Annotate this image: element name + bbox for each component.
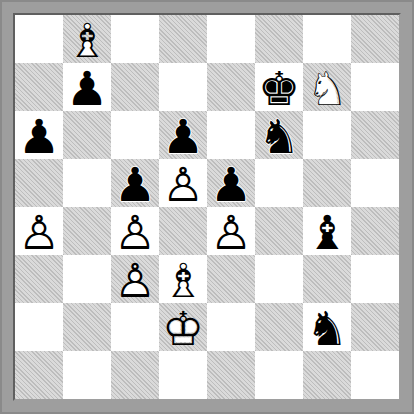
square-c7[interactable] xyxy=(111,63,159,111)
square-e1[interactable] xyxy=(207,351,255,399)
square-a3[interactable] xyxy=(15,255,63,303)
square-b7[interactable]: ♟ xyxy=(63,63,111,111)
board-frame: ♝♗♟♚♞♘♟♟♞♟♟♙♟♟♙♟♙♟♙♝♟♙♝♗♚♔♞ xyxy=(0,0,414,414)
square-g4[interactable]: ♝ xyxy=(303,207,351,255)
square-b5[interactable] xyxy=(63,159,111,207)
square-b4[interactable] xyxy=(63,207,111,255)
piece-black-pawn-d6[interactable]: ♟ xyxy=(159,111,207,159)
chess-board: ♝♗♟♚♞♘♟♟♞♟♟♙♟♟♙♟♙♟♙♝♟♙♝♗♚♔♞ xyxy=(13,13,401,401)
square-b8[interactable]: ♝♗ xyxy=(63,15,111,63)
piece-white-pawn-e4[interactable]: ♟♙ xyxy=(207,207,255,255)
square-d7[interactable] xyxy=(159,63,207,111)
square-h3[interactable] xyxy=(351,255,399,303)
square-g7[interactable]: ♞♘ xyxy=(303,63,351,111)
square-e4[interactable]: ♟♙ xyxy=(207,207,255,255)
white-king-outline-glyph: ♔ xyxy=(162,305,204,352)
square-f2[interactable] xyxy=(255,303,303,351)
square-e7[interactable] xyxy=(207,63,255,111)
piece-black-pawn-e5[interactable]: ♟ xyxy=(207,159,255,207)
square-c3[interactable]: ♟♙ xyxy=(111,255,159,303)
square-b3[interactable] xyxy=(63,255,111,303)
square-a7[interactable] xyxy=(15,63,63,111)
square-h5[interactable] xyxy=(351,159,399,207)
square-b6[interactable] xyxy=(63,111,111,159)
square-a4[interactable]: ♟♙ xyxy=(15,207,63,255)
piece-white-king-d2[interactable]: ♚♔ xyxy=(159,303,207,351)
piece-white-knight-g7[interactable]: ♞♘ xyxy=(303,63,351,111)
square-h1[interactable] xyxy=(351,351,399,399)
square-f4[interactable] xyxy=(255,207,303,255)
square-h4[interactable] xyxy=(351,207,399,255)
square-c2[interactable] xyxy=(111,303,159,351)
white-knight-outline-glyph: ♘ xyxy=(306,65,348,112)
square-d1[interactable] xyxy=(159,351,207,399)
square-e8[interactable] xyxy=(207,15,255,63)
square-d3[interactable]: ♝♗ xyxy=(159,255,207,303)
square-f1[interactable] xyxy=(255,351,303,399)
square-g3[interactable] xyxy=(303,255,351,303)
white-pawn-outline-glyph: ♙ xyxy=(210,209,252,256)
piece-white-pawn-d5[interactable]: ♟♙ xyxy=(159,159,207,207)
piece-white-pawn-c4[interactable]: ♟♙ xyxy=(111,207,159,255)
piece-black-king-f7[interactable]: ♚ xyxy=(255,63,303,111)
square-c8[interactable] xyxy=(111,15,159,63)
square-e6[interactable] xyxy=(207,111,255,159)
square-c5[interactable]: ♟ xyxy=(111,159,159,207)
white-bishop-outline-glyph: ♗ xyxy=(66,17,108,64)
square-g6[interactable] xyxy=(303,111,351,159)
square-a2[interactable] xyxy=(15,303,63,351)
square-e2[interactable] xyxy=(207,303,255,351)
square-d4[interactable] xyxy=(159,207,207,255)
square-b1[interactable] xyxy=(63,351,111,399)
white-pawn-outline-glyph: ♙ xyxy=(18,209,60,256)
square-d8[interactable] xyxy=(159,15,207,63)
square-a5[interactable] xyxy=(15,159,63,207)
square-g8[interactable] xyxy=(303,15,351,63)
square-h6[interactable] xyxy=(351,111,399,159)
piece-white-pawn-a4[interactable]: ♟♙ xyxy=(15,207,63,255)
square-d5[interactable]: ♟♙ xyxy=(159,159,207,207)
black-knight-glyph: ♞ xyxy=(306,305,348,352)
square-c6[interactable] xyxy=(111,111,159,159)
square-g2[interactable]: ♞ xyxy=(303,303,351,351)
black-knight-glyph: ♞ xyxy=(258,113,300,160)
square-c1[interactable] xyxy=(111,351,159,399)
piece-black-bishop-g4[interactable]: ♝ xyxy=(303,207,351,255)
black-pawn-glyph: ♟ xyxy=(66,65,108,112)
square-e3[interactable] xyxy=(207,255,255,303)
square-g5[interactable] xyxy=(303,159,351,207)
square-b2[interactable] xyxy=(63,303,111,351)
square-a6[interactable]: ♟ xyxy=(15,111,63,159)
square-f7[interactable]: ♚ xyxy=(255,63,303,111)
black-king-glyph: ♚ xyxy=(258,65,300,112)
piece-black-knight-g2[interactable]: ♞ xyxy=(303,303,351,351)
piece-black-pawn-a6[interactable]: ♟ xyxy=(15,111,63,159)
piece-black-pawn-c5[interactable]: ♟ xyxy=(111,159,159,207)
black-bishop-glyph: ♝ xyxy=(306,209,348,256)
piece-black-pawn-b7[interactable]: ♟ xyxy=(63,63,111,111)
white-bishop-outline-glyph: ♗ xyxy=(162,257,204,304)
square-h2[interactable] xyxy=(351,303,399,351)
square-f8[interactable] xyxy=(255,15,303,63)
square-f3[interactable] xyxy=(255,255,303,303)
white-pawn-outline-glyph: ♙ xyxy=(114,257,156,304)
black-pawn-glyph: ♟ xyxy=(210,161,252,208)
piece-white-bishop-b8[interactable]: ♝♗ xyxy=(63,15,111,63)
piece-black-knight-f6[interactable]: ♞ xyxy=(255,111,303,159)
white-pawn-outline-glyph: ♙ xyxy=(162,161,204,208)
square-f5[interactable] xyxy=(255,159,303,207)
square-h8[interactable] xyxy=(351,15,399,63)
square-e5[interactable]: ♟ xyxy=(207,159,255,207)
square-d6[interactable]: ♟ xyxy=(159,111,207,159)
square-h7[interactable] xyxy=(351,63,399,111)
square-d2[interactable]: ♚♔ xyxy=(159,303,207,351)
square-a1[interactable] xyxy=(15,351,63,399)
white-pawn-outline-glyph: ♙ xyxy=(114,209,156,256)
black-pawn-glyph: ♟ xyxy=(18,113,60,160)
square-f6[interactable]: ♞ xyxy=(255,111,303,159)
piece-white-pawn-c3[interactable]: ♟♙ xyxy=(111,255,159,303)
square-c4[interactable]: ♟♙ xyxy=(111,207,159,255)
square-g1[interactable] xyxy=(303,351,351,399)
piece-white-bishop-d3[interactable]: ♝♗ xyxy=(159,255,207,303)
black-pawn-glyph: ♟ xyxy=(162,113,204,160)
black-pawn-glyph: ♟ xyxy=(114,161,156,208)
square-a8[interactable] xyxy=(15,15,63,63)
